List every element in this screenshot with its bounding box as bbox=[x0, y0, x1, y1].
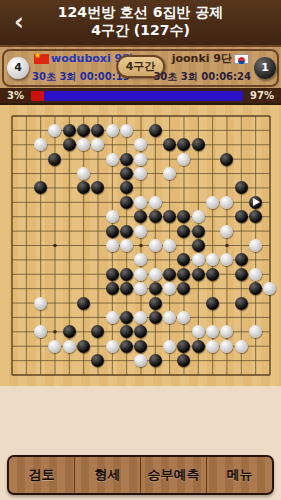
white-stone bbox=[249, 268, 262, 281]
white-stone bbox=[106, 340, 119, 353]
white-stone bbox=[63, 340, 76, 353]
white-stone bbox=[106, 311, 119, 324]
section-move-title: 4구간 (127수) bbox=[0, 22, 281, 40]
black-stone bbox=[149, 210, 162, 223]
white-stone bbox=[106, 124, 119, 137]
black-stone bbox=[192, 340, 205, 353]
black-stone bbox=[163, 268, 176, 281]
white-winrate-percent: 97% bbox=[243, 90, 281, 101]
white-stone bbox=[192, 210, 205, 223]
white-stone bbox=[206, 340, 219, 353]
right-player-name: joonki 9단 bbox=[136, 51, 251, 66]
black-stone bbox=[120, 225, 133, 238]
title-bar: ‹ 124번방 호선 6집반 공제 4구간 (127수) bbox=[0, 0, 281, 45]
white-stone-count-icon: 4 bbox=[7, 57, 29, 79]
menu-button[interactable]: 메뉴 bbox=[207, 457, 272, 493]
winrate-gauge bbox=[31, 91, 243, 101]
right-player-time: 30초 3회 00:06:24 bbox=[136, 70, 251, 84]
black-stone bbox=[235, 297, 248, 310]
black-stone bbox=[106, 268, 119, 281]
white-stone bbox=[163, 311, 176, 324]
black-stone bbox=[63, 124, 76, 137]
prediction-button[interactable]: 승부예측 bbox=[141, 457, 207, 493]
winrate-bar: 3% 97% bbox=[0, 88, 281, 103]
black-stone bbox=[77, 340, 90, 353]
bottom-toolbar: 검토 형세 승부예측 메뉴 bbox=[7, 455, 274, 495]
black-stone bbox=[120, 268, 133, 281]
black-stone bbox=[192, 239, 205, 252]
white-stone bbox=[106, 153, 119, 166]
black-stone bbox=[192, 225, 205, 238]
white-stone bbox=[163, 340, 176, 353]
black-winrate-percent: 3% bbox=[0, 90, 31, 101]
go-board[interactable] bbox=[0, 103, 281, 386]
white-stone bbox=[235, 340, 248, 353]
last-move-marker-icon bbox=[253, 198, 260, 206]
black-stone bbox=[149, 124, 162, 137]
black-stone bbox=[106, 282, 119, 295]
black-stone bbox=[120, 311, 133, 324]
black-stone bbox=[206, 297, 219, 310]
black-stone-count-icon: 1 bbox=[254, 57, 276, 79]
white-stone bbox=[149, 239, 162, 252]
black-stone bbox=[206, 268, 219, 281]
korea-flag-icon bbox=[234, 54, 249, 64]
white-stone bbox=[206, 196, 219, 209]
territory-button[interactable]: 형세 bbox=[75, 457, 141, 493]
back-button[interactable]: ‹ bbox=[8, 6, 30, 38]
black-stone bbox=[235, 268, 248, 281]
room-title: 124번방 호선 6집반 공제 bbox=[0, 0, 281, 22]
black-stone bbox=[120, 340, 133, 353]
white-stone bbox=[106, 210, 119, 223]
white-stone bbox=[149, 196, 162, 209]
white-stone bbox=[120, 124, 133, 137]
black-stone bbox=[120, 153, 133, 166]
black-stone bbox=[235, 210, 248, 223]
china-flag-icon: ★ bbox=[34, 54, 49, 64]
winrate-red-segment bbox=[31, 91, 44, 101]
player-panel: 4 ★woduboxi 9단 30초 3회 00:00:19 4구간 joonk… bbox=[0, 45, 281, 88]
black-stone bbox=[77, 124, 90, 137]
black-stone bbox=[120, 196, 133, 209]
black-stone bbox=[192, 268, 205, 281]
white-stone bbox=[149, 268, 162, 281]
white-stone bbox=[34, 297, 47, 310]
black-stone bbox=[149, 282, 162, 295]
black-stone bbox=[149, 297, 162, 310]
black-stone bbox=[149, 311, 162, 324]
black-stone bbox=[106, 225, 119, 238]
black-stone bbox=[77, 297, 90, 310]
black-stone bbox=[149, 354, 162, 367]
right-player-info: joonki 9단 30초 3회 00:06:24 bbox=[136, 51, 251, 84]
review-button[interactable]: 검토 bbox=[9, 457, 75, 493]
white-stone bbox=[106, 239, 119, 252]
